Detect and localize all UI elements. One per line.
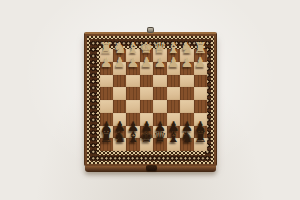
piece-white-knight[interactable]: ♞ bbox=[180, 43, 193, 54]
piece-black-rook[interactable]: ♜ bbox=[100, 132, 113, 143]
square-c2[interactable]: ♟ bbox=[167, 62, 180, 75]
square-f2[interactable]: ♟ bbox=[126, 62, 139, 75]
square-a5[interactable] bbox=[194, 100, 207, 113]
piece-white-pawn[interactable]: ♟ bbox=[180, 57, 193, 68]
square-b4[interactable] bbox=[180, 87, 193, 100]
square-b3[interactable] bbox=[180, 75, 193, 88]
photo-backdrop: ♜♞♝♚♛♝♞♜♟♟♟♟♟♟♟♟♟♟♟♟♟♟♟♟♜♞♝♚♛♝♞♜ bbox=[0, 0, 300, 200]
piece-black-bishop[interactable]: ♝ bbox=[126, 132, 139, 143]
piece-white-pawn[interactable]: ♟ bbox=[113, 57, 126, 68]
square-a4[interactable] bbox=[194, 87, 207, 100]
piece-white-bishop[interactable]: ♝ bbox=[167, 43, 180, 54]
piece-white-pawn[interactable]: ♟ bbox=[126, 57, 139, 68]
square-e2[interactable]: ♟ bbox=[140, 62, 153, 75]
square-g2[interactable]: ♟ bbox=[113, 62, 126, 75]
square-h3[interactable] bbox=[100, 75, 113, 88]
piece-black-rook[interactable]: ♜ bbox=[194, 132, 207, 143]
piece-black-king[interactable]: ♚ bbox=[140, 132, 153, 143]
latch-pin bbox=[147, 27, 154, 33]
square-d5[interactable] bbox=[153, 100, 166, 113]
piece-white-pawn[interactable]: ♟ bbox=[153, 57, 166, 68]
piece-white-pawn[interactable]: ♟ bbox=[140, 57, 153, 68]
square-c3[interactable] bbox=[167, 75, 180, 88]
square-a8[interactable]: ♜ bbox=[194, 138, 207, 151]
square-h8[interactable]: ♜ bbox=[100, 138, 113, 151]
square-e3[interactable] bbox=[140, 75, 153, 88]
chess-box: ♜♞♝♚♛♝♞♜♟♟♟♟♟♟♟♟♟♟♟♟♟♟♟♟♜♞♝♚♛♝♞♜ bbox=[84, 32, 217, 166]
piece-white-rook[interactable]: ♜ bbox=[194, 43, 207, 54]
piece-black-knight[interactable]: ♞ bbox=[180, 132, 193, 143]
square-h5[interactable] bbox=[100, 100, 113, 113]
piece-white-pawn[interactable]: ♟ bbox=[167, 57, 180, 68]
square-d3[interactable] bbox=[153, 75, 166, 88]
piece-black-queen[interactable]: ♛ bbox=[153, 132, 166, 143]
square-a2[interactable]: ♟ bbox=[194, 62, 207, 75]
clasp bbox=[146, 165, 157, 171]
square-d4[interactable] bbox=[153, 87, 166, 100]
square-b8[interactable]: ♞ bbox=[180, 138, 193, 151]
square-b5[interactable] bbox=[180, 100, 193, 113]
square-c8[interactable]: ♝ bbox=[167, 138, 180, 151]
square-h2[interactable]: ♟ bbox=[100, 62, 113, 75]
square-f4[interactable] bbox=[126, 87, 139, 100]
piece-white-queen[interactable]: ♛ bbox=[153, 43, 166, 54]
square-g5[interactable] bbox=[113, 100, 126, 113]
piece-white-pawn[interactable]: ♟ bbox=[100, 57, 113, 68]
square-c5[interactable] bbox=[167, 100, 180, 113]
square-d8[interactable]: ♛ bbox=[153, 138, 166, 151]
piece-white-bishop[interactable]: ♝ bbox=[126, 43, 139, 54]
square-g3[interactable] bbox=[113, 75, 126, 88]
square-g8[interactable]: ♞ bbox=[113, 138, 126, 151]
square-f3[interactable] bbox=[126, 75, 139, 88]
square-f5[interactable] bbox=[126, 100, 139, 113]
piece-white-king[interactable]: ♚ bbox=[140, 43, 153, 54]
square-a3[interactable] bbox=[194, 75, 207, 88]
piece-black-bishop[interactable]: ♝ bbox=[167, 132, 180, 143]
piece-black-knight[interactable]: ♞ bbox=[113, 132, 126, 143]
board: ♜♞♝♚♛♝♞♜♟♟♟♟♟♟♟♟♟♟♟♟♟♟♟♟♜♞♝♚♛♝♞♜ bbox=[100, 49, 202, 151]
piece-white-rook[interactable]: ♜ bbox=[100, 43, 113, 54]
piece-white-knight[interactable]: ♞ bbox=[113, 43, 126, 54]
square-g4[interactable] bbox=[113, 87, 126, 100]
square-d2[interactable]: ♟ bbox=[153, 62, 166, 75]
square-h4[interactable] bbox=[100, 87, 113, 100]
square-f8[interactable]: ♝ bbox=[126, 138, 139, 151]
square-e8[interactable]: ♚ bbox=[140, 138, 153, 151]
square-b2[interactable]: ♟ bbox=[180, 62, 193, 75]
square-e5[interactable] bbox=[140, 100, 153, 113]
square-e4[interactable] bbox=[140, 87, 153, 100]
piece-white-pawn[interactable]: ♟ bbox=[194, 57, 207, 68]
square-c4[interactable] bbox=[167, 87, 180, 100]
